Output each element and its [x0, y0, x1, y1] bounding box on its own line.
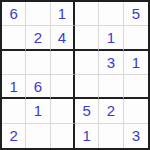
cell-r4c1[interactable]: 1	[2, 75, 26, 99]
cell-r2c5[interactable]: 1	[99, 26, 123, 50]
cell-r5c6[interactable]	[124, 99, 148, 123]
cell-r5c3[interactable]	[51, 99, 75, 123]
cell-r3c6[interactable]: 1	[124, 51, 148, 75]
cell-r4c2[interactable]: 6	[26, 75, 50, 99]
cell-r6c5[interactable]	[99, 124, 123, 148]
cell-r1c5[interactable]	[99, 2, 123, 26]
cell-r1c1[interactable]: 6	[2, 2, 26, 26]
cell-r4c5[interactable]	[99, 75, 123, 99]
cell-r3c1[interactable]	[2, 51, 26, 75]
sudoku-board: 6152413116152213	[0, 0, 150, 150]
cell-r2c6[interactable]	[124, 26, 148, 50]
cell-r6c6[interactable]: 3	[124, 124, 148, 148]
cell-r3c5[interactable]: 3	[99, 51, 123, 75]
cell-r3c2[interactable]	[26, 51, 50, 75]
cell-r1c6[interactable]: 5	[124, 2, 148, 26]
cell-r4c3[interactable]	[51, 75, 75, 99]
cell-r2c4[interactable]	[75, 26, 99, 50]
cell-r3c3[interactable]	[51, 51, 75, 75]
cell-r2c3[interactable]: 4	[51, 26, 75, 50]
cell-r4c6[interactable]	[124, 75, 148, 99]
cell-r5c5[interactable]: 2	[99, 99, 123, 123]
cell-r1c3[interactable]: 1	[51, 2, 75, 26]
cell-r3c4[interactable]	[75, 51, 99, 75]
cell-r1c4[interactable]	[75, 2, 99, 26]
cell-r2c1[interactable]	[2, 26, 26, 50]
cell-r2c2[interactable]: 2	[26, 26, 50, 50]
cell-r5c1[interactable]	[2, 99, 26, 123]
cell-r1c2[interactable]	[26, 2, 50, 26]
cell-r5c4[interactable]: 5	[75, 99, 99, 123]
cell-r6c1[interactable]: 2	[2, 124, 26, 148]
cell-r4c4[interactable]	[75, 75, 99, 99]
cell-r6c2[interactable]	[26, 124, 50, 148]
cell-r6c4[interactable]: 1	[75, 124, 99, 148]
cell-r5c2[interactable]: 1	[26, 99, 50, 123]
cell-r6c3[interactable]	[51, 124, 75, 148]
